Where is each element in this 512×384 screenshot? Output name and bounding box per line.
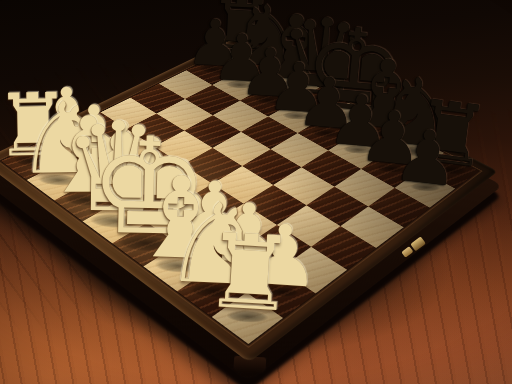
piece-white-rook-h1[interactable]: ♜ xyxy=(201,220,299,328)
board-world: ♜♞♝♛♚♝♞♜♟♟♟♟♟♟♟♟♟♟♟♟♟♟♟♟♜♞♝♛♚♝♞♜ xyxy=(0,0,512,384)
pieces-layer: ♜♞♝♛♚♝♞♜♟♟♟♟♟♟♟♟♟♟♟♟♟♟♟♟♜♞♝♛♚♝♞♜ xyxy=(0,0,512,384)
piece-black-pawn-h7[interactable]: ♟ xyxy=(390,117,464,197)
chess-scene: ♜♞♝♛♚♝♞♜♟♟♟♟♟♟♟♟♟♟♟♟♟♟♟♟♜♞♝♛♚♝♞♜ xyxy=(0,0,512,384)
